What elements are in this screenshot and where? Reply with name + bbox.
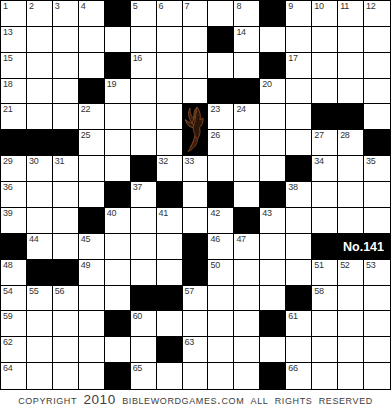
black-cell-r8c5 [105, 182, 131, 208]
cell-r4c11[interactable]: 20 [260, 79, 286, 105]
cell-r1c8[interactable]: 7 [183, 1, 209, 27]
clue-number-50: 50 [210, 261, 219, 270]
cell-r8c6[interactable]: 37 [131, 182, 157, 208]
cell-r7c8[interactable]: 33 [183, 156, 209, 182]
cell-r5c6[interactable] [131, 104, 157, 130]
cell-r4c8[interactable] [183, 79, 209, 105]
clue-number-55: 55 [29, 287, 38, 296]
clue-number-37: 37 [133, 183, 142, 192]
cell-r3c14[interactable] [338, 53, 364, 79]
clue-number-21: 21 [3, 105, 12, 114]
cell-r3c8[interactable] [183, 53, 209, 79]
cell-r1c13[interactable]: 10 [312, 1, 338, 27]
black-cell-r7c12 [286, 156, 312, 182]
cell-r7c10[interactable] [234, 156, 260, 182]
cell-r5c5[interactable] [105, 104, 131, 130]
cell-r12c1[interactable]: 54 [1, 286, 27, 312]
clue-number-18: 18 [3, 80, 12, 89]
cell-r3c10[interactable] [234, 53, 260, 79]
cell-r6c10[interactable] [234, 130, 260, 156]
black-cell-r10c1 [1, 234, 27, 260]
clue-number-4: 4 [81, 2, 86, 11]
black-cell-r5c8 [183, 104, 209, 130]
cell-r4c1[interactable]: 18 [1, 79, 27, 105]
cell-r7c7[interactable]: 32 [157, 156, 183, 182]
clue-number-12: 12 [366, 2, 375, 11]
black-cell-r12c6 [131, 286, 157, 312]
clue-number-22: 22 [81, 105, 90, 114]
cell-r15c9[interactable] [208, 363, 234, 389]
black-cell-r14c7 [157, 337, 183, 363]
black-cell-r3c5 [105, 53, 131, 79]
cell-r4c3[interactable] [53, 79, 79, 105]
cell-r1c14[interactable]: 11 [338, 1, 364, 27]
cell-r5c10[interactable]: 24 [234, 104, 260, 130]
black-cell-r15c5 [105, 363, 131, 389]
cell-r7c13[interactable]: 34 [312, 156, 338, 182]
black-cell-r6c8 [183, 130, 209, 156]
black-cell-r9c10 [234, 208, 260, 234]
crossword-page: 1234567891011121314151617181920212223242… [0, 0, 391, 409]
cell-r6c14[interactable]: 28 [338, 130, 364, 156]
cell-r1c15[interactable]: 12 [364, 1, 390, 27]
cell-r2c15[interactable] [364, 27, 390, 53]
cell-r2c3[interactable] [53, 27, 79, 53]
cell-r15c15[interactable] [364, 363, 390, 389]
cell-r10c5[interactable] [105, 234, 131, 260]
clue-number-48: 48 [3, 261, 12, 270]
black-cell-r6c1 [1, 130, 27, 156]
cell-r10c3[interactable] [53, 234, 79, 260]
cell-r15c3[interactable] [53, 363, 79, 389]
cell-r9c14[interactable] [338, 208, 364, 234]
black-cell-r9c4 [79, 208, 105, 234]
cell-r7c3[interactable]: 31 [53, 156, 79, 182]
cell-r15c12[interactable]: 66 [286, 363, 312, 389]
clue-number-54: 54 [3, 287, 12, 296]
clue-number-15: 15 [3, 54, 12, 63]
cell-r15c10[interactable] [234, 363, 260, 389]
clue-number-8: 8 [236, 2, 241, 11]
cell-r11c11[interactable] [260, 260, 286, 286]
clue-number-49: 49 [81, 261, 90, 270]
cell-r3c9[interactable] [208, 53, 234, 79]
cell-r15c14[interactable] [338, 363, 364, 389]
cell-r6c5[interactable] [105, 130, 131, 156]
cell-r11c6[interactable] [131, 260, 157, 286]
cell-r1c6[interactable]: 5 [131, 1, 157, 27]
clue-number-19: 19 [107, 80, 116, 89]
cell-r10c6[interactable] [131, 234, 157, 260]
clue-number-2: 2 [29, 2, 34, 11]
clue-number-65: 65 [133, 364, 142, 373]
black-cell-r10c8 [183, 234, 209, 260]
cell-r1c7[interactable]: 6 [157, 1, 183, 27]
cell-r2c5[interactable] [105, 27, 131, 53]
clue-number-53: 53 [366, 261, 375, 270]
clue-number-23: 23 [210, 105, 219, 114]
cell-r4c12[interactable] [286, 79, 312, 105]
clue-number-46: 46 [210, 235, 219, 244]
cell-r1c9[interactable] [208, 1, 234, 27]
cell-r9c3[interactable] [53, 208, 79, 234]
cell-r2c7[interactable] [157, 27, 183, 53]
cell-r5c12[interactable] [286, 104, 312, 130]
clue-number-44: 44 [29, 235, 38, 244]
copyright-footer: copyright 2010 biblewordgames.com all ri… [0, 390, 391, 409]
cell-r1c3[interactable]: 3 [53, 1, 79, 27]
cell-r10c4[interactable]: 45 [79, 234, 105, 260]
cell-r12c5[interactable] [105, 286, 131, 312]
cell-r14c1[interactable]: 62 [1, 337, 27, 363]
black-cell-r8c11 [260, 182, 286, 208]
cell-r6c7[interactable] [157, 130, 183, 156]
cell-r1c4[interactable]: 4 [79, 1, 105, 27]
cell-r10c7[interactable] [157, 234, 183, 260]
cell-r7c9[interactable] [208, 156, 234, 182]
cell-r1c2[interactable]: 2 [27, 1, 53, 27]
cell-r11c14[interactable]: 52 [338, 260, 364, 286]
clue-number-58: 58 [314, 287, 323, 296]
black-cell-r11c2 [27, 260, 53, 286]
cell-r7c14[interactable] [338, 156, 364, 182]
black-cell-r6c15 [364, 130, 390, 156]
cell-r2c4[interactable] [79, 27, 105, 53]
cell-r11c12[interactable] [286, 260, 312, 286]
clue-number-7: 7 [185, 2, 190, 11]
clue-number-17: 17 [288, 54, 297, 63]
clue-number-25: 25 [81, 131, 90, 140]
cell-r2c11[interactable] [260, 27, 286, 53]
cell-r3c1[interactable]: 15 [1, 53, 27, 79]
cell-r13c9[interactable] [208, 311, 234, 337]
clue-number-1: 1 [3, 2, 8, 11]
cell-r11c7[interactable] [157, 260, 183, 286]
cell-r10c9[interactable]: 46 [208, 234, 234, 260]
clue-number-36: 36 [3, 183, 12, 192]
cell-r2c2[interactable] [27, 27, 53, 53]
black-cell-r3c11 [260, 53, 286, 79]
black-cell-r12c12 [286, 286, 312, 312]
clue-number-60: 60 [133, 312, 142, 321]
cell-r9c9[interactable]: 42 [208, 208, 234, 234]
cell-r7c5[interactable] [105, 156, 131, 182]
clue-number-31: 31 [55, 157, 64, 166]
cell-r11c13[interactable]: 51 [312, 260, 338, 286]
clue-number-61: 61 [288, 312, 297, 321]
clue-number-59: 59 [3, 312, 12, 321]
cell-r15c8[interactable] [183, 363, 209, 389]
clue-number-30: 30 [29, 157, 38, 166]
clue-number-62: 62 [3, 338, 12, 347]
clue-number-29: 29 [3, 157, 12, 166]
clue-number-24: 24 [236, 105, 245, 114]
clue-number-6: 6 [159, 2, 164, 11]
cell-r8c10[interactable] [234, 182, 260, 208]
black-cell-r5c13 [312, 104, 338, 130]
cell-r6c13[interactable]: 27 [312, 130, 338, 156]
black-cell-r1c11 [260, 1, 286, 27]
cell-r5c7[interactable] [157, 104, 183, 130]
cell-r13c14[interactable] [338, 311, 364, 337]
clue-number-35: 35 [366, 157, 375, 166]
cell-r14c12[interactable] [286, 337, 312, 363]
cell-r10c12[interactable] [286, 234, 312, 260]
cell-r6c6[interactable] [131, 130, 157, 156]
black-cell-r11c3 [53, 260, 79, 286]
cell-r4c6[interactable] [131, 79, 157, 105]
black-cell-r7c6 [131, 156, 157, 182]
cell-r15c1[interactable]: 64 [1, 363, 27, 389]
cell-r4c15[interactable] [364, 79, 390, 105]
cell-r11c5[interactable] [105, 260, 131, 286]
cell-r13c2[interactable] [27, 311, 53, 337]
clue-number-51: 51 [314, 261, 323, 270]
cell-r8c1[interactable]: 36 [1, 182, 27, 208]
black-cell-r12c7 [157, 286, 183, 312]
cell-r8c15[interactable] [364, 182, 390, 208]
cell-r13c12[interactable]: 61 [286, 311, 312, 337]
cell-r3c15[interactable] [364, 53, 390, 79]
cell-r14c6[interactable] [131, 337, 157, 363]
cell-r7c11[interactable] [260, 156, 286, 182]
cell-r7c4[interactable] [79, 156, 105, 182]
cell-r5c11[interactable] [260, 104, 286, 130]
cell-r5c1[interactable]: 21 [1, 104, 27, 130]
cell-r1c12[interactable]: 9 [286, 1, 312, 27]
cell-r15c4[interactable] [79, 363, 105, 389]
cell-r13c6[interactable]: 60 [131, 311, 157, 337]
clue-number-43: 43 [262, 209, 271, 218]
cell-r2c6[interactable] [131, 27, 157, 53]
cell-r10c11[interactable] [260, 234, 286, 260]
cell-r5c4[interactable]: 22 [79, 104, 105, 130]
clue-number-45: 45 [81, 235, 90, 244]
cell-r12c3[interactable]: 56 [53, 286, 79, 312]
clue-number-38: 38 [288, 183, 297, 192]
cell-r12c14[interactable] [338, 286, 364, 312]
cell-r4c5[interactable]: 19 [105, 79, 131, 105]
cell-r13c15[interactable] [364, 311, 390, 337]
cell-r12c15[interactable] [364, 286, 390, 312]
cell-r5c9[interactable]: 23 [208, 104, 234, 130]
cell-r9c6[interactable] [131, 208, 157, 234]
cell-r15c7[interactable] [157, 363, 183, 389]
cell-r9c5[interactable]: 40 [105, 208, 131, 234]
cell-r9c13[interactable] [312, 208, 338, 234]
cell-r2c12[interactable] [286, 27, 312, 53]
cell-r14c9[interactable] [208, 337, 234, 363]
cell-r14c11[interactable] [260, 337, 286, 363]
clue-number-41: 41 [159, 209, 168, 218]
clue-number-32: 32 [159, 157, 168, 166]
clue-number-16: 16 [133, 54, 142, 63]
cell-r8c3[interactable] [53, 182, 79, 208]
black-cell-r13c5 [105, 311, 131, 337]
clue-number-5: 5 [133, 2, 138, 11]
clue-number-33: 33 [185, 157, 194, 166]
cell-r3c7[interactable] [157, 53, 183, 79]
cell-r8c14[interactable] [338, 182, 364, 208]
cell-r11c10[interactable] [234, 260, 260, 286]
cell-r3c12[interactable]: 17 [286, 53, 312, 79]
black-cell-r5c14 [338, 104, 364, 130]
black-cell-r1c5 [105, 1, 131, 27]
cell-r5c15[interactable] [364, 104, 390, 130]
cell-r13c7[interactable] [157, 311, 183, 337]
cell-r14c3[interactable] [53, 337, 79, 363]
cell-r6c12[interactable] [286, 130, 312, 156]
cell-r15c6[interactable]: 65 [131, 363, 157, 389]
cell-r13c13[interactable] [312, 311, 338, 337]
black-cell-r13c11 [260, 311, 286, 337]
clue-number-27: 27 [314, 131, 323, 140]
clue-number-10: 10 [314, 2, 323, 11]
cell-r11c9[interactable]: 50 [208, 260, 234, 286]
black-cell-r2c9 [208, 27, 234, 53]
cell-r10c10[interactable]: 47 [234, 234, 260, 260]
cell-r3c13[interactable] [312, 53, 338, 79]
cell-r9c15[interactable] [364, 208, 390, 234]
cell-r11c15[interactable]: 53 [364, 260, 390, 286]
clue-number-63: 63 [185, 338, 194, 347]
clue-number-14: 14 [236, 28, 245, 37]
cell-r2c8[interactable] [183, 27, 209, 53]
cell-r6c9[interactable]: 26 [208, 130, 234, 156]
cell-r13c1[interactable]: 59 [1, 311, 27, 337]
clue-number-11: 11 [340, 2, 349, 11]
black-cell-r4c9 [208, 79, 234, 105]
cell-r14c5[interactable] [105, 337, 131, 363]
cell-r2c14[interactable] [338, 27, 364, 53]
cell-r3c4[interactable] [79, 53, 105, 79]
clue-number-64: 64 [3, 364, 12, 373]
cell-r4c7[interactable] [157, 79, 183, 105]
clue-number-3: 3 [55, 2, 60, 11]
clue-number-57: 57 [185, 287, 194, 296]
cell-r14c8[interactable]: 63 [183, 337, 209, 363]
cell-r8c8[interactable] [183, 182, 209, 208]
cell-r3c6[interactable]: 16 [131, 53, 157, 79]
clue-number-13: 13 [3, 28, 12, 37]
cell-r13c4[interactable] [79, 311, 105, 337]
cell-r9c12[interactable] [286, 208, 312, 234]
black-cell-r6c3 [53, 130, 79, 156]
cell-r8c2[interactable] [27, 182, 53, 208]
cell-r3c2[interactable] [27, 53, 53, 79]
cell-r1c10[interactable]: 8 [234, 1, 260, 27]
cell-r13c10[interactable] [234, 311, 260, 337]
cell-r13c8[interactable] [183, 311, 209, 337]
cell-r7c2[interactable]: 30 [27, 156, 53, 182]
crossword-grid: 1234567891011121314151617181920212223242… [0, 0, 391, 390]
cell-r12c13[interactable]: 58 [312, 286, 338, 312]
clue-number-42: 42 [210, 209, 219, 218]
cell-r12c8[interactable]: 57 [183, 286, 209, 312]
cell-r14c15[interactable] [364, 337, 390, 363]
cell-r9c8[interactable] [183, 208, 209, 234]
black-cell-r6c2 [27, 130, 53, 156]
cell-r14c13[interactable] [312, 337, 338, 363]
clue-number-34: 34 [314, 157, 323, 166]
cell-r6c4[interactable]: 25 [79, 130, 105, 156]
cell-r14c4[interactable] [79, 337, 105, 363]
cell-r7c15[interactable]: 35 [364, 156, 390, 182]
black-cell-r4c10 [234, 79, 260, 105]
cell-r14c14[interactable] [338, 337, 364, 363]
clue-number-52: 52 [340, 261, 349, 270]
cell-r6c11[interactable] [260, 130, 286, 156]
clue-number-9: 9 [288, 2, 293, 11]
cell-r2c10[interactable]: 14 [234, 27, 260, 53]
cell-r12c4[interactable] [79, 286, 105, 312]
cell-r9c2[interactable] [27, 208, 53, 234]
cell-r11c4[interactable]: 49 [79, 260, 105, 286]
black-cell-r8c7 [157, 182, 183, 208]
clue-number-47: 47 [236, 235, 245, 244]
cell-r15c13[interactable] [312, 363, 338, 389]
cell-r4c2[interactable] [27, 79, 53, 105]
clue-number-26: 26 [210, 131, 219, 140]
cell-r5c3[interactable] [53, 104, 79, 130]
clue-number-56: 56 [55, 287, 64, 296]
clue-number-40: 40 [107, 209, 116, 218]
cell-r11c1[interactable]: 48 [1, 260, 27, 286]
cell-r2c1[interactable]: 13 [1, 27, 27, 53]
cell-r3c3[interactable] [53, 53, 79, 79]
cell-r13c3[interactable] [53, 311, 79, 337]
black-cell-r15c11 [260, 363, 286, 389]
cell-r9c1[interactable]: 39 [1, 208, 27, 234]
cell-r5c2[interactable] [27, 104, 53, 130]
black-cell-r11c8 [183, 260, 209, 286]
clue-number-28: 28 [340, 131, 349, 140]
cell-r4c14[interactable] [338, 79, 364, 105]
cell-r9c11[interactable]: 43 [260, 208, 286, 234]
cell-r12c2[interactable]: 55 [27, 286, 53, 312]
cell-r15c2[interactable] [27, 363, 53, 389]
cell-r12c9[interactable] [208, 286, 234, 312]
clue-number-39: 39 [3, 209, 12, 218]
cell-r8c12[interactable]: 38 [286, 182, 312, 208]
puzzle-number: No.141 [312, 234, 387, 259]
cell-r1c1[interactable]: 1 [1, 1, 27, 27]
cell-r14c10[interactable] [234, 337, 260, 363]
cell-r4c13[interactable] [312, 79, 338, 105]
cell-r9c7[interactable]: 41 [157, 208, 183, 234]
black-cell-r8c9 [208, 182, 234, 208]
cell-r12c11[interactable] [260, 286, 286, 312]
clue-number-66: 66 [288, 364, 297, 373]
cell-r7c1[interactable]: 29 [1, 156, 27, 182]
cell-r14c2[interactable] [27, 337, 53, 363]
cell-r8c4[interactable] [79, 182, 105, 208]
clue-number-20: 20 [262, 80, 271, 89]
cell-r12c10[interactable] [234, 286, 260, 312]
black-cell-r4c4 [79, 79, 105, 105]
cell-r10c2[interactable]: 44 [27, 234, 53, 260]
cell-r2c13[interactable] [312, 27, 338, 53]
cell-r8c13[interactable] [312, 182, 338, 208]
